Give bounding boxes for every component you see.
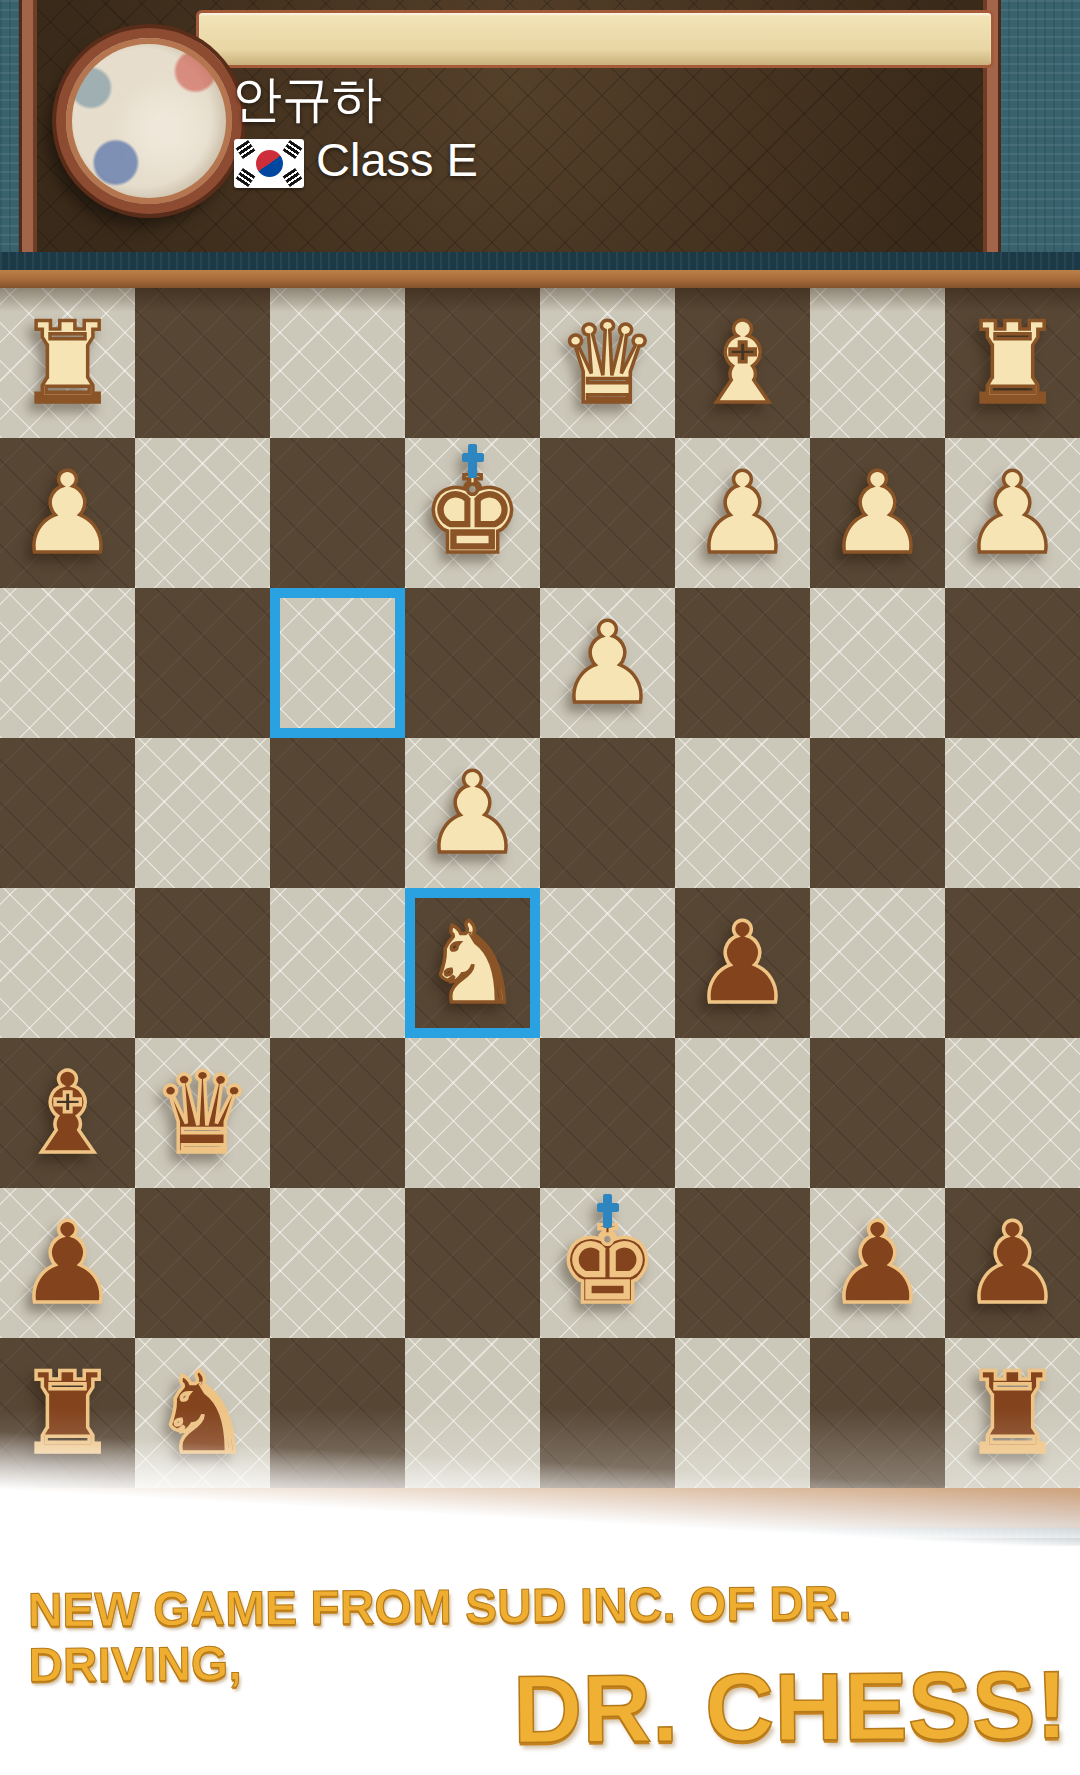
square-b2[interactable]: ♟ <box>810 438 945 588</box>
square-c2[interactable]: ♟ <box>675 438 810 588</box>
opponent-name: 안규하 <box>232 66 382 133</box>
square-f3[interactable] <box>270 588 405 738</box>
square-d4[interactable] <box>540 738 675 888</box>
square-g2[interactable] <box>135 438 270 588</box>
king-cross-icon <box>596 1194 620 1230</box>
black-bishop-piece: ♝ <box>0 1038 135 1188</box>
square-f7[interactable] <box>270 1188 405 1338</box>
square-a4[interactable] <box>945 738 1080 888</box>
south-korea-flag-icon <box>234 139 304 188</box>
square-f5[interactable] <box>270 888 405 1038</box>
taeguk-icon <box>256 150 283 177</box>
white-pawn-piece: ♟ <box>945 438 1080 588</box>
white-knight-piece: ♞ <box>405 888 540 1038</box>
white-pawn-piece: ♟ <box>675 438 810 588</box>
king-cross-icon <box>461 444 485 480</box>
opponent-avatar[interactable] <box>56 28 242 214</box>
square-e2[interactable]: ♚ <box>405 438 540 588</box>
white-pawn-piece: ♟ <box>405 738 540 888</box>
square-h6[interactable]: ♝ <box>0 1038 135 1188</box>
square-e4[interactable]: ♟ <box>405 738 540 888</box>
square-h5[interactable] <box>0 888 135 1038</box>
square-e5[interactable]: ♞ <box>405 888 540 1038</box>
square-c6[interactable] <box>675 1038 810 1188</box>
square-h3[interactable] <box>0 588 135 738</box>
square-b3[interactable] <box>810 588 945 738</box>
square-f6[interactable] <box>270 1038 405 1188</box>
board-top-shadow <box>0 288 1080 312</box>
white-pawn-piece: ♟ <box>810 438 945 588</box>
square-h4[interactable] <box>0 738 135 888</box>
black-pawn-piece: ♟ <box>810 1188 945 1338</box>
white-pawn-piece: ♟ <box>0 438 135 588</box>
square-g4[interactable] <box>135 738 270 888</box>
square-c4[interactable] <box>675 738 810 888</box>
opponent-class-label: Class E <box>316 132 478 187</box>
square-b4[interactable] <box>810 738 945 888</box>
square-a6[interactable] <box>945 1038 1080 1188</box>
square-c3[interactable] <box>675 588 810 738</box>
square-a3[interactable] <box>945 588 1080 738</box>
square-a5[interactable] <box>945 888 1080 1038</box>
square-f2[interactable] <box>270 438 405 588</box>
square-g6[interactable]: ♛ <box>135 1038 270 1188</box>
top-navy-strip <box>0 252 1080 270</box>
square-h2[interactable]: ♟ <box>0 438 135 588</box>
square-c5[interactable]: ♟ <box>675 888 810 1038</box>
black-king-piece: ♚ <box>540 1188 675 1338</box>
black-pawn-piece: ♟ <box>0 1188 135 1338</box>
black-pawn-piece: ♟ <box>945 1188 1080 1338</box>
white-pawn-piece: ♟ <box>540 588 675 738</box>
square-d5[interactable] <box>540 888 675 1038</box>
square-g5[interactable] <box>135 888 270 1038</box>
square-f4[interactable] <box>270 738 405 888</box>
square-b7[interactable]: ♟ <box>810 1188 945 1338</box>
top-wood-bar <box>0 270 1080 290</box>
square-h7[interactable]: ♟ <box>0 1188 135 1338</box>
chess-board: ♜♛♝♜♟♚♟♟♟♟♟♞♟♝♛♟♚♟♟♜♞♜ <box>0 288 1080 1488</box>
black-queen-piece: ♛ <box>135 1038 270 1188</box>
opponent-progress-bar <box>196 10 994 68</box>
promo-title: DR. CHESS! <box>513 1650 1069 1765</box>
black-pawn-piece: ♟ <box>675 888 810 1038</box>
square-g7[interactable] <box>135 1188 270 1338</box>
square-g3[interactable] <box>135 588 270 738</box>
square-e3[interactable] <box>405 588 540 738</box>
white-king-piece: ♚ <box>405 438 540 588</box>
square-a7[interactable]: ♟ <box>945 1188 1080 1338</box>
square-e7[interactable] <box>405 1188 540 1338</box>
square-e6[interactable] <box>405 1038 540 1188</box>
square-d6[interactable] <box>540 1038 675 1188</box>
square-b6[interactable] <box>810 1038 945 1188</box>
square-b5[interactable] <box>810 888 945 1038</box>
square-d7[interactable]: ♚ <box>540 1188 675 1338</box>
square-d3[interactable]: ♟ <box>540 588 675 738</box>
square-d2[interactable] <box>540 438 675 588</box>
square-a2[interactable]: ♟ <box>945 438 1080 588</box>
square-c7[interactable] <box>675 1188 810 1338</box>
